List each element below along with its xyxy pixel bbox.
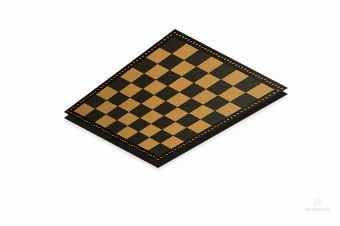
watermark-logo-icon <box>313 197 322 206</box>
watermark-text-smudge <box>301 208 333 211</box>
watermark <box>301 197 333 215</box>
chess-board <box>64 29 288 162</box>
product-photo-stage <box>0 0 340 226</box>
